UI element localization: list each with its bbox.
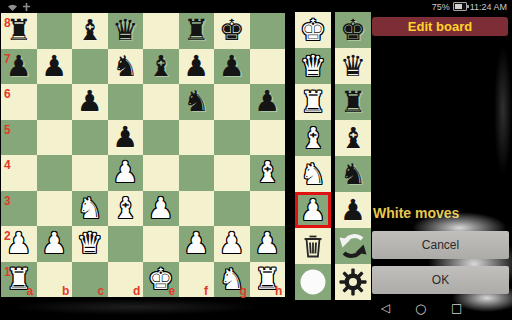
screen-glare	[494, 45, 512, 175]
palette-white-bishop[interactable]: ♝	[295, 120, 331, 156]
black-pawn: ♟	[219, 52, 245, 81]
palette-white-circle[interactable]	[295, 264, 331, 300]
square-c2[interactable]: ♛	[72, 226, 108, 262]
trash-icon	[295, 228, 331, 264]
battery-icon	[453, 2, 467, 11]
side-to-move-label: White moves	[373, 205, 459, 221]
palette-black-rook[interactable]: ♜	[335, 84, 371, 120]
square-c5[interactable]	[72, 120, 108, 156]
palette-white-knight[interactable]: ♞	[295, 156, 331, 192]
rank-label: 1	[4, 266, 11, 278]
gear-icon	[335, 264, 371, 300]
circle-icon	[295, 264, 331, 300]
rank-label: 6	[4, 88, 11, 100]
cancel-button[interactable]: Cancel	[372, 231, 509, 259]
black-bishop: ♝	[340, 124, 366, 153]
palette-white-column: ♚♛♜♝♞♟	[295, 12, 331, 300]
square-b7[interactable]: ♟	[37, 49, 73, 85]
square-f3[interactable]	[179, 191, 215, 227]
square-b5[interactable]	[37, 120, 73, 156]
square-d2[interactable]	[108, 226, 144, 262]
square-d6[interactable]	[108, 84, 144, 120]
page-title: Edit board	[372, 17, 508, 36]
white-pawn: ♟	[219, 229, 245, 258]
square-b2[interactable]: ♟	[37, 226, 73, 262]
square-d3[interactable]: ♝	[108, 191, 144, 227]
square-h3[interactable]	[250, 191, 286, 227]
square-g4[interactable]	[214, 155, 250, 191]
palette-settings[interactable]	[335, 264, 371, 300]
square-g3[interactable]	[214, 191, 250, 227]
square-f7[interactable]: ♟	[179, 49, 215, 85]
black-rook: ♜	[340, 88, 366, 117]
file-label: e	[169, 285, 176, 297]
back-icon[interactable]: ◁	[381, 301, 390, 315]
file-label: g	[240, 285, 247, 297]
home-icon[interactable]: ○	[415, 301, 426, 317]
black-knight: ♞	[183, 87, 209, 116]
black-pawn: ♟	[340, 196, 366, 225]
palette-black-pawn[interactable]: ♟	[335, 192, 371, 228]
white-pawn: ♟	[148, 194, 174, 223]
file-label: f	[204, 285, 208, 297]
palette-black-column: ♚♛♜♝♞♟	[335, 12, 371, 300]
ok-button[interactable]: OK	[372, 266, 509, 294]
battery-percent: 75%	[432, 2, 450, 12]
palette-black-bishop[interactable]: ♝	[335, 120, 371, 156]
white-pawn: ♟	[300, 196, 326, 225]
clock: 11:24 AM	[470, 2, 507, 12]
white-rook: ♜	[300, 88, 326, 117]
square-f4[interactable]	[179, 155, 215, 191]
square-e4[interactable]	[143, 155, 179, 191]
square-d5[interactable]: ♟	[108, 120, 144, 156]
square-b4[interactable]	[37, 155, 73, 191]
rank-label: 4	[4, 159, 11, 171]
black-king: ♚	[219, 16, 245, 45]
recents-icon[interactable]: □	[451, 301, 462, 315]
black-bishop: ♝	[148, 52, 174, 81]
square-h5[interactable]	[250, 120, 286, 156]
android-nav-bar: ◁○□	[0, 299, 512, 320]
white-bishop: ♝	[112, 194, 138, 223]
black-knight: ♞	[112, 52, 138, 81]
white-pawn: ♟	[41, 229, 67, 258]
file-label: h	[275, 285, 282, 297]
square-c4[interactable]	[72, 155, 108, 191]
square-h7[interactable]	[250, 49, 286, 85]
rank-label: 5	[4, 124, 11, 136]
white-queen: ♛	[77, 229, 103, 258]
palette-white-pawn[interactable]: ♟	[295, 192, 331, 228]
square-d8[interactable]: ♛	[108, 13, 144, 49]
square-b3[interactable]	[37, 191, 73, 227]
square-e7[interactable]: ♝	[143, 49, 179, 85]
black-pawn: ♟	[77, 87, 103, 116]
cycle-arrows-icon	[335, 228, 371, 264]
square-f8[interactable]: ♜	[179, 13, 215, 49]
white-king: ♚	[300, 16, 326, 45]
square-e8[interactable]	[143, 13, 179, 49]
palette-delete-piece[interactable]	[295, 228, 331, 264]
black-pawn: ♟	[112, 123, 138, 152]
palette-black-queen[interactable]: ♛	[335, 48, 371, 84]
black-knight: ♞	[340, 160, 366, 189]
black-rook: ♜	[183, 16, 209, 45]
square-e5[interactable]	[143, 120, 179, 156]
black-bishop: ♝	[77, 16, 103, 45]
square-e6[interactable]	[143, 84, 179, 120]
wifi-icon	[7, 2, 18, 12]
square-c3[interactable]: ♞	[72, 191, 108, 227]
square-c8[interactable]: ♝	[72, 13, 108, 49]
square-h4[interactable]: ♝	[250, 155, 286, 191]
white-queen: ♛	[300, 52, 326, 81]
file-label: c	[98, 285, 105, 297]
palette-white-king[interactable]: ♚	[295, 12, 331, 48]
white-knight: ♞	[77, 194, 103, 223]
palette-black-king[interactable]: ♚	[335, 12, 371, 48]
rank-label: 8	[4, 17, 11, 29]
square-g8[interactable]: ♚	[214, 13, 250, 49]
white-pawn: ♟	[254, 229, 280, 258]
plus-icon	[22, 2, 31, 12]
square-h8[interactable]	[250, 13, 286, 49]
square-g6[interactable]	[214, 84, 250, 120]
square-f6[interactable]: ♞	[179, 84, 215, 120]
status-bar-right: 75% 11:24 AM	[432, 1, 507, 12]
white-pawn: ♟	[183, 229, 209, 258]
black-pawn: ♟	[183, 52, 209, 81]
square-f1[interactable]	[179, 262, 215, 298]
palette-white-rook[interactable]: ♜	[295, 84, 331, 120]
palette-white-queen[interactable]: ♛	[295, 48, 331, 84]
chess-board: ♜♝♛♜♚♟♟♞♝♟♟♟♞♟♟♟♝♞♝♟♟♟♛♟♟♟♜♚♞♜87654321ab…	[1, 13, 285, 297]
rank-label: 7	[4, 53, 11, 65]
white-knight: ♞	[300, 160, 326, 189]
piece-palette: ♚♛♜♝♞♟ ♚♛♜♝♞♟	[295, 12, 371, 300]
white-pawn: ♟	[112, 158, 138, 187]
square-b6[interactable]	[37, 84, 73, 120]
palette-swap-colors[interactable]	[335, 228, 371, 264]
square-h2[interactable]: ♟	[250, 226, 286, 262]
palette-black-knight[interactable]: ♞	[335, 156, 371, 192]
white-bishop: ♝	[254, 158, 280, 187]
square-g2[interactable]: ♟	[214, 226, 250, 262]
square-d7[interactable]: ♞	[108, 49, 144, 85]
square-e2[interactable]	[143, 226, 179, 262]
black-queen: ♛	[340, 52, 366, 81]
black-queen: ♛	[112, 16, 138, 45]
square-b8[interactable]	[37, 13, 73, 49]
square-h6[interactable]: ♟	[250, 84, 286, 120]
file-label: b	[62, 285, 69, 297]
status-bar-left	[7, 2, 31, 12]
file-label: d	[133, 285, 140, 297]
square-c6[interactable]: ♟	[72, 84, 108, 120]
square-g5[interactable]	[214, 120, 250, 156]
square-d4[interactable]: ♟	[108, 155, 144, 191]
square-e3[interactable]: ♟	[143, 191, 179, 227]
black-king: ♚	[340, 16, 366, 45]
rank-label: 3	[4, 195, 11, 207]
file-label: a	[27, 285, 34, 297]
square-c7[interactable]	[72, 49, 108, 85]
black-pawn: ♟	[254, 87, 280, 116]
square-g7[interactable]: ♟	[214, 49, 250, 85]
white-bishop: ♝	[300, 124, 326, 153]
rank-label: 2	[4, 230, 11, 242]
square-f5[interactable]	[179, 120, 215, 156]
black-pawn: ♟	[41, 52, 67, 81]
square-f2[interactable]: ♟	[179, 226, 215, 262]
